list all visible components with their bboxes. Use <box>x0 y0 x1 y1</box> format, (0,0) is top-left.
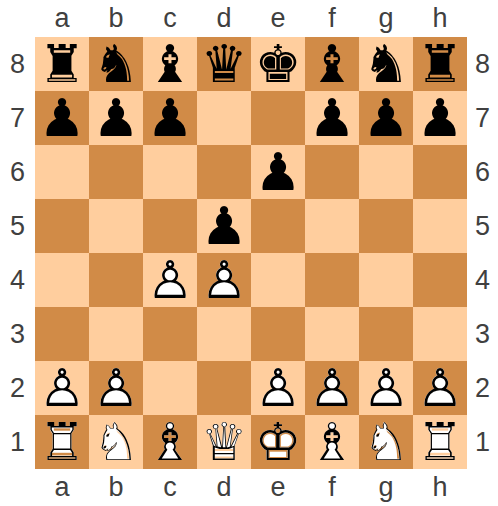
white-bishop-outline-glyph: ♗ <box>143 415 197 469</box>
square-e6[interactable]: ♟ <box>251 145 305 199</box>
square-d1[interactable]: ♛♕ <box>197 415 251 469</box>
chess-board-diagram: abcdefgh 87654321 ♜♞♝♛♚♝♞♜♟♟♟♟♟♟♟♟♟♙♟♙♟♙… <box>0 0 498 506</box>
file-label-a: a <box>35 0 89 37</box>
square-g8[interactable]: ♞ <box>359 37 413 91</box>
square-f4[interactable] <box>305 253 359 307</box>
square-g5[interactable] <box>359 199 413 253</box>
square-g6[interactable] <box>359 145 413 199</box>
file-labels-top: abcdefgh <box>35 0 467 37</box>
white-pawn-d4[interactable]: ♟♙ <box>197 253 251 307</box>
white-king-e1[interactable]: ♚♔ <box>251 415 305 469</box>
white-rook-a1[interactable]: ♜♖ <box>35 415 89 469</box>
square-c3[interactable] <box>143 307 197 361</box>
black-pawn-e6[interactable]: ♟ <box>251 145 305 199</box>
rank-label-8: 8 <box>467 37 498 91</box>
file-labels-bottom: abcdefgh <box>35 469 467 506</box>
white-rook-h1[interactable]: ♜♖ <box>413 415 467 469</box>
rank-labels-left: 87654321 <box>0 37 35 469</box>
rank-label-3: 3 <box>467 307 498 361</box>
square-c4[interactable]: ♟♙ <box>143 253 197 307</box>
black-pawn-glyph: ♟ <box>251 145 305 199</box>
square-f7[interactable]: ♟ <box>305 91 359 145</box>
white-pawn-c4[interactable]: ♟♙ <box>143 253 197 307</box>
square-c2[interactable] <box>143 361 197 415</box>
square-h6[interactable] <box>413 145 467 199</box>
square-c8[interactable]: ♝ <box>143 37 197 91</box>
square-a2[interactable]: ♟♙ <box>35 361 89 415</box>
square-a8[interactable]: ♜ <box>35 37 89 91</box>
black-pawn-d5[interactable]: ♟ <box>197 199 251 253</box>
white-queen-outline-glyph: ♕ <box>197 415 251 469</box>
rank-label-2: 2 <box>467 361 498 415</box>
square-h7[interactable]: ♟ <box>413 91 467 145</box>
square-e3[interactable] <box>251 307 305 361</box>
square-c1[interactable]: ♝♗ <box>143 415 197 469</box>
square-d3[interactable] <box>197 307 251 361</box>
black-knight-b8[interactable]: ♞ <box>89 37 143 91</box>
square-c6[interactable] <box>143 145 197 199</box>
black-bishop-glyph: ♝ <box>143 37 197 91</box>
white-knight-outline-glyph: ♘ <box>359 415 413 469</box>
square-g2[interactable]: ♟♙ <box>359 361 413 415</box>
white-pawn-f2[interactable]: ♟♙ <box>305 361 359 415</box>
square-h1[interactable]: ♜♖ <box>413 415 467 469</box>
square-h8[interactable]: ♜ <box>413 37 467 91</box>
file-label-f: f <box>305 0 359 37</box>
square-d5[interactable]: ♟ <box>197 199 251 253</box>
black-pawn-glyph: ♟ <box>89 91 143 145</box>
black-pawn-glyph: ♟ <box>143 91 197 145</box>
square-b7[interactable]: ♟ <box>89 91 143 145</box>
black-rook-glyph: ♜ <box>413 37 467 91</box>
rank-label-2: 2 <box>0 361 35 415</box>
black-pawn-glyph: ♟ <box>197 199 251 253</box>
square-g7[interactable]: ♟ <box>359 91 413 145</box>
square-f2[interactable]: ♟♙ <box>305 361 359 415</box>
white-pawn-outline-glyph: ♙ <box>197 253 251 307</box>
white-pawn-h2[interactable]: ♟♙ <box>413 361 467 415</box>
black-pawn-a7[interactable]: ♟ <box>35 91 89 145</box>
black-rook-h8[interactable]: ♜ <box>413 37 467 91</box>
white-pawn-e2[interactable]: ♟♙ <box>251 361 305 415</box>
square-e4[interactable] <box>251 253 305 307</box>
file-label-h: h <box>413 0 467 37</box>
square-c5[interactable] <box>143 199 197 253</box>
black-pawn-f7[interactable]: ♟ <box>305 91 359 145</box>
black-knight-glyph: ♞ <box>89 37 143 91</box>
white-rook-outline-glyph: ♖ <box>35 415 89 469</box>
square-e2[interactable]: ♟♙ <box>251 361 305 415</box>
square-b3[interactable] <box>89 307 143 361</box>
rank-label-8: 8 <box>0 37 35 91</box>
rank-label-1: 1 <box>467 415 498 469</box>
white-bishop-outline-glyph: ♗ <box>305 415 359 469</box>
square-h3[interactable] <box>413 307 467 361</box>
file-label-g: g <box>359 469 413 506</box>
rank-label-7: 7 <box>467 91 498 145</box>
square-g1[interactable]: ♞♘ <box>359 415 413 469</box>
square-e8[interactable]: ♚ <box>251 37 305 91</box>
file-label-d: d <box>197 0 251 37</box>
square-e1[interactable]: ♚♔ <box>251 415 305 469</box>
square-g4[interactable] <box>359 253 413 307</box>
white-pawn-outline-glyph: ♙ <box>413 361 467 415</box>
white-pawn-outline-glyph: ♙ <box>89 361 143 415</box>
white-pawn-outline-glyph: ♙ <box>359 361 413 415</box>
file-label-b: b <box>89 0 143 37</box>
file-label-c: c <box>143 0 197 37</box>
square-d8[interactable]: ♛ <box>197 37 251 91</box>
file-label-e: e <box>251 469 305 506</box>
white-bishop-f1[interactable]: ♝♗ <box>305 415 359 469</box>
square-f5[interactable] <box>305 199 359 253</box>
square-a3[interactable] <box>35 307 89 361</box>
black-pawn-glyph: ♟ <box>413 91 467 145</box>
black-pawn-b7[interactable]: ♟ <box>89 91 143 145</box>
black-king-glyph: ♚ <box>251 37 305 91</box>
white-king-outline-glyph: ♔ <box>251 415 305 469</box>
black-pawn-glyph: ♟ <box>35 91 89 145</box>
square-d7[interactable] <box>197 91 251 145</box>
rank-label-3: 3 <box>0 307 35 361</box>
rank-label-4: 4 <box>467 253 498 307</box>
black-pawn-glyph: ♟ <box>359 91 413 145</box>
square-g3[interactable] <box>359 307 413 361</box>
rank-label-6: 6 <box>0 145 35 199</box>
rank-label-7: 7 <box>0 91 35 145</box>
black-pawn-g7[interactable]: ♟ <box>359 91 413 145</box>
square-a7[interactable]: ♟ <box>35 91 89 145</box>
rank-label-5: 5 <box>467 199 498 253</box>
chess-board: ♜♞♝♛♚♝♞♜♟♟♟♟♟♟♟♟♟♙♟♙♟♙♟♙♟♙♟♙♟♙♟♙♜♖♞♘♝♗♛♕… <box>35 37 467 469</box>
black-queen-glyph: ♛ <box>197 37 251 91</box>
square-h4[interactable] <box>413 253 467 307</box>
white-pawn-a2[interactable]: ♟♙ <box>35 361 89 415</box>
rank-label-4: 4 <box>0 253 35 307</box>
square-f6[interactable] <box>305 145 359 199</box>
black-king-e8[interactable]: ♚ <box>251 37 305 91</box>
black-knight-g8[interactable]: ♞ <box>359 37 413 91</box>
square-a6[interactable] <box>35 145 89 199</box>
rank-label-5: 5 <box>0 199 35 253</box>
file-label-e: e <box>251 0 305 37</box>
white-pawn-g2[interactable]: ♟♙ <box>359 361 413 415</box>
square-b1[interactable]: ♞♘ <box>89 415 143 469</box>
square-d6[interactable] <box>197 145 251 199</box>
square-f3[interactable] <box>305 307 359 361</box>
square-b2[interactable]: ♟♙ <box>89 361 143 415</box>
square-b5[interactable] <box>89 199 143 253</box>
white-knight-g1[interactable]: ♞♘ <box>359 415 413 469</box>
white-knight-outline-glyph: ♘ <box>89 415 143 469</box>
white-pawn-b2[interactable]: ♟♙ <box>89 361 143 415</box>
black-rook-a8[interactable]: ♜ <box>35 37 89 91</box>
black-bishop-c8[interactable]: ♝ <box>143 37 197 91</box>
square-b6[interactable] <box>89 145 143 199</box>
white-pawn-outline-glyph: ♙ <box>251 361 305 415</box>
black-bishop-f8[interactable]: ♝ <box>305 37 359 91</box>
file-label-a: a <box>35 469 89 506</box>
black-rook-glyph: ♜ <box>35 37 89 91</box>
file-label-c: c <box>143 469 197 506</box>
square-c7[interactable]: ♟ <box>143 91 197 145</box>
black-pawn-glyph: ♟ <box>305 91 359 145</box>
rank-label-6: 6 <box>467 145 498 199</box>
black-queen-d8[interactable]: ♛ <box>197 37 251 91</box>
square-e5[interactable] <box>251 199 305 253</box>
white-pawn-outline-glyph: ♙ <box>143 253 197 307</box>
rank-label-1: 1 <box>0 415 35 469</box>
white-queen-d1[interactable]: ♛♕ <box>197 415 251 469</box>
square-a5[interactable] <box>35 199 89 253</box>
white-knight-b1[interactable]: ♞♘ <box>89 415 143 469</box>
black-knight-glyph: ♞ <box>359 37 413 91</box>
square-h5[interactable] <box>413 199 467 253</box>
square-h2[interactable]: ♟♙ <box>413 361 467 415</box>
file-label-h: h <box>413 469 467 506</box>
square-b4[interactable] <box>89 253 143 307</box>
square-b8[interactable]: ♞ <box>89 37 143 91</box>
file-label-f: f <box>305 469 359 506</box>
white-bishop-c1[interactable]: ♝♗ <box>143 415 197 469</box>
white-pawn-outline-glyph: ♙ <box>305 361 359 415</box>
black-pawn-c7[interactable]: ♟ <box>143 91 197 145</box>
square-f8[interactable]: ♝ <box>305 37 359 91</box>
black-pawn-h7[interactable]: ♟ <box>413 91 467 145</box>
square-f1[interactable]: ♝♗ <box>305 415 359 469</box>
file-label-d: d <box>197 469 251 506</box>
black-bishop-glyph: ♝ <box>305 37 359 91</box>
file-label-g: g <box>359 0 413 37</box>
square-d4[interactable]: ♟♙ <box>197 253 251 307</box>
square-a4[interactable] <box>35 253 89 307</box>
rank-labels-right: 87654321 <box>467 37 498 469</box>
file-label-b: b <box>89 469 143 506</box>
square-e7[interactable] <box>251 91 305 145</box>
square-d2[interactable] <box>197 361 251 415</box>
white-rook-outline-glyph: ♖ <box>413 415 467 469</box>
white-pawn-outline-glyph: ♙ <box>35 361 89 415</box>
square-a1[interactable]: ♜♖ <box>35 415 89 469</box>
